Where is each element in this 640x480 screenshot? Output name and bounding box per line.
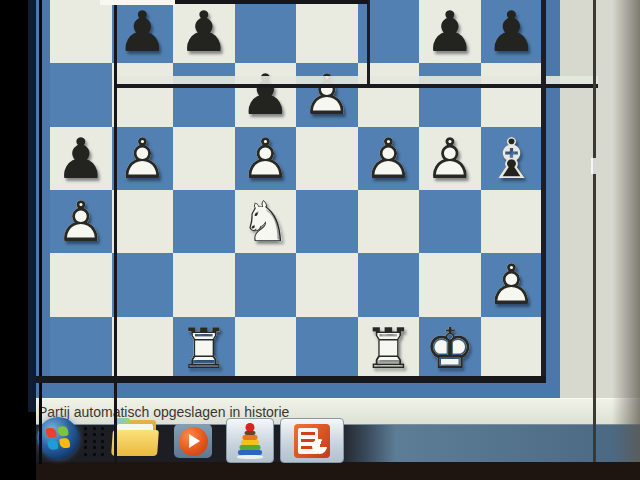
screen-bottom-band: [0, 462, 640, 480]
square-b3[interactable]: [112, 190, 174, 253]
piece-outline-a3: ♙: [50, 190, 112, 253]
piece-P-b4: ♟: [112, 127, 174, 190]
chess-app-icon[interactable]: [226, 418, 274, 463]
piece-outline-h2: ♙: [481, 253, 543, 316]
explorer-folder-icon[interactable]: [112, 420, 158, 458]
square-a6[interactable]: [50, 0, 112, 63]
piece-K-g1: ♚: [419, 317, 481, 380]
piece-p-c6: ♟: [173, 0, 235, 63]
piece-b-h4: ♝: [481, 127, 543, 190]
piece-outline-e5: ♙: [296, 63, 358, 126]
play-circle: [179, 427, 208, 456]
rainbow-chess-piece-icon: [237, 423, 263, 459]
taskbar-texture-dots: [84, 427, 110, 459]
square-c1[interactable]: ♜♖: [173, 317, 235, 380]
stale-window-border: [367, 0, 370, 84]
square-b5[interactable]: [112, 63, 174, 126]
photo-vignette: [612, 0, 640, 462]
chess-window-margin-right: [546, 0, 560, 398]
piece-p-h6: ♟: [481, 0, 543, 63]
square-c4[interactable]: [173, 127, 235, 190]
square-b2[interactable]: [112, 253, 174, 316]
square-e1[interactable]: [296, 317, 358, 380]
piece-outline-h4: ♗: [481, 127, 543, 190]
piece-p-g6: ♟: [419, 0, 481, 63]
chess-board[interactable]: ♟♟♟♟♟♟♙♟♟♙♟♙♟♙♟♙♝♗♟♙♞♘♟♙♜♖♜♖♚♔: [50, 0, 542, 380]
piece-outline-b4: ♙: [112, 127, 174, 190]
square-f1[interactable]: ♜♖: [358, 317, 420, 380]
square-e5[interactable]: ♟♙: [296, 63, 358, 126]
windows-start-orb[interactable]: [37, 417, 79, 459]
window-frame-top: [114, 84, 598, 88]
play-triangle-icon: [189, 434, 200, 448]
piece-outline-g1: ♔: [419, 317, 481, 380]
window-frame-highlight: [114, 76, 598, 84]
piece-R-c1: ♜: [173, 317, 235, 380]
desktop-left-sliver: [28, 0, 36, 412]
square-e3[interactable]: [296, 190, 358, 253]
square-b1[interactable]: [112, 317, 174, 380]
piece-P-d4: ♟: [235, 127, 297, 190]
background-window-border: [593, 0, 596, 462]
square-g3[interactable]: [419, 190, 481, 253]
square-c5[interactable]: [173, 63, 235, 126]
powerpoint-logo: [294, 424, 330, 458]
projected-desktop: ♟♟♟♟♟♟♙♟♟♙♟♙♟♙♟♙♝♗♟♙♞♘♟♙♜♖♜♖♚♔ Partij au…: [0, 0, 640, 480]
piece-outline-g4: ♙: [419, 127, 481, 190]
square-d3[interactable]: ♞♘: [235, 190, 297, 253]
square-a4[interactable]: ♟: [50, 127, 112, 190]
piece-outline-f1: ♖: [358, 317, 420, 380]
piece-N-d3: ♞: [235, 190, 297, 253]
piece-outline-d4: ♙: [235, 127, 297, 190]
screen-seam-left: [39, 0, 42, 464]
square-h6[interactable]: ♟: [481, 0, 543, 63]
titlebar-sliver: [100, 0, 175, 5]
top-edge-line: [175, 0, 368, 4]
square-d2[interactable]: [235, 253, 297, 316]
square-g2[interactable]: [419, 253, 481, 316]
square-a3[interactable]: ♟♙: [50, 190, 112, 253]
border-glint: [591, 158, 596, 174]
square-e4[interactable]: [296, 127, 358, 190]
square-h3[interactable]: [481, 190, 543, 253]
piece-P-e5: ♟: [296, 63, 358, 126]
piece-R-f1: ♜: [358, 317, 420, 380]
board-right-border: [541, 0, 546, 382]
piece-P-h2: ♟: [481, 253, 543, 316]
square-h2[interactable]: ♟♙: [481, 253, 543, 316]
square-c6[interactable]: ♟: [173, 0, 235, 63]
piece-p-a4: ♟: [50, 127, 112, 190]
square-e6[interactable]: [296, 0, 358, 63]
square-g6[interactable]: ♟: [419, 0, 481, 63]
board-bottom-border: [36, 376, 546, 383]
media-player-icon[interactable]: [174, 424, 212, 458]
piece-p-b6: ♟: [112, 0, 174, 63]
square-d1[interactable]: [235, 317, 297, 380]
piece-outline-f4: ♙: [358, 127, 420, 190]
piece-p-d5: ♟: [235, 63, 297, 126]
piece-outline-d3: ♘: [235, 190, 297, 253]
square-d5[interactable]: ♟: [235, 63, 297, 126]
piece-P-a3: ♟: [50, 190, 112, 253]
piece-P-f4: ♟: [358, 127, 420, 190]
square-a1[interactable]: [50, 317, 112, 380]
piece-P-g4: ♟: [419, 127, 481, 190]
square-d6[interactable]: [235, 0, 297, 63]
square-f3[interactable]: [358, 190, 420, 253]
square-g5[interactable]: [419, 63, 481, 126]
square-d4[interactable]: ♟♙: [235, 127, 297, 190]
square-b6[interactable]: ♟: [112, 0, 174, 63]
square-a2[interactable]: [50, 253, 112, 316]
square-a5[interactable]: [50, 63, 112, 126]
piece-outline-c1: ♖: [173, 317, 235, 380]
powerpoint-icon[interactable]: [280, 418, 344, 463]
square-f2[interactable]: [358, 253, 420, 316]
window-frame-left: [114, 0, 117, 464]
windows-logo-icon: [46, 426, 71, 451]
square-e2[interactable]: [296, 253, 358, 316]
square-h5[interactable]: [481, 63, 543, 126]
square-g1[interactable]: ♚♔: [419, 317, 481, 380]
pie-chart-glyph: [312, 439, 327, 454]
square-c2[interactable]: [173, 253, 235, 316]
square-f4[interactable]: ♟♙: [358, 127, 420, 190]
square-g4[interactable]: ♟♙: [419, 127, 481, 190]
square-b4[interactable]: ♟♙: [112, 127, 174, 190]
square-c3[interactable]: [173, 190, 235, 253]
square-h4[interactable]: ♝♗: [481, 127, 543, 190]
square-h1[interactable]: [481, 317, 543, 380]
